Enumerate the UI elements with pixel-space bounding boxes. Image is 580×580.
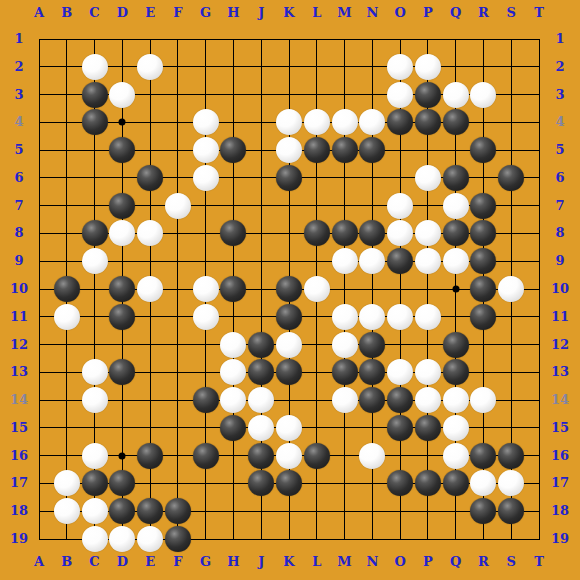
point-P8[interactable] (414, 220, 442, 248)
point-J3[interactable] (247, 81, 275, 109)
point-K5[interactable] (275, 136, 303, 164)
point-F4[interactable] (164, 108, 192, 136)
point-N3[interactable] (358, 81, 386, 109)
point-M3[interactable] (331, 81, 359, 109)
point-G13[interactable] (192, 358, 220, 386)
point-L1[interactable] (303, 25, 331, 53)
point-D10[interactable] (108, 275, 136, 303)
point-R19[interactable] (470, 525, 498, 553)
point-N12[interactable] (358, 331, 386, 359)
point-L18[interactable] (303, 497, 331, 525)
point-O4[interactable] (386, 108, 414, 136)
point-B11[interactable] (53, 303, 81, 331)
point-G19[interactable] (192, 525, 220, 553)
point-P6[interactable] (414, 164, 442, 192)
point-P3[interactable] (414, 81, 442, 109)
point-F6[interactable] (164, 164, 192, 192)
point-D7[interactable] (108, 192, 136, 220)
point-G3[interactable] (192, 81, 220, 109)
point-G4[interactable] (192, 108, 220, 136)
point-Q17[interactable] (442, 470, 470, 498)
point-E2[interactable] (136, 53, 164, 81)
point-D9[interactable] (108, 247, 136, 275)
point-C18[interactable] (81, 497, 109, 525)
point-M15[interactable] (331, 414, 359, 442)
point-K13[interactable] (275, 358, 303, 386)
point-G16[interactable] (192, 442, 220, 470)
point-L2[interactable] (303, 53, 331, 81)
point-M4[interactable] (331, 108, 359, 136)
point-B13[interactable] (53, 358, 81, 386)
point-B15[interactable] (53, 414, 81, 442)
point-D19[interactable] (108, 525, 136, 553)
point-M8[interactable] (331, 220, 359, 248)
point-C1[interactable] (81, 25, 109, 53)
point-L12[interactable] (303, 331, 331, 359)
point-Q6[interactable] (442, 164, 470, 192)
point-H8[interactable] (220, 220, 248, 248)
point-H3[interactable] (220, 81, 248, 109)
point-H19[interactable] (220, 525, 248, 553)
point-H11[interactable] (220, 303, 248, 331)
point-L14[interactable] (303, 386, 331, 414)
point-Q11[interactable] (442, 303, 470, 331)
point-D11[interactable] (108, 303, 136, 331)
point-E6[interactable] (136, 164, 164, 192)
point-G18[interactable] (192, 497, 220, 525)
point-K8[interactable] (275, 220, 303, 248)
point-N4[interactable] (358, 108, 386, 136)
point-F11[interactable] (164, 303, 192, 331)
point-P12[interactable] (414, 331, 442, 359)
point-N5[interactable] (358, 136, 386, 164)
point-M14[interactable] (331, 386, 359, 414)
point-K2[interactable] (275, 53, 303, 81)
point-F7[interactable] (164, 192, 192, 220)
point-S5[interactable] (497, 136, 525, 164)
point-K16[interactable] (275, 442, 303, 470)
point-N17[interactable] (358, 470, 386, 498)
point-S1[interactable] (497, 25, 525, 53)
point-B5[interactable] (53, 136, 81, 164)
point-S8[interactable] (497, 220, 525, 248)
point-J2[interactable] (247, 53, 275, 81)
point-B18[interactable] (53, 497, 81, 525)
point-S17[interactable] (497, 470, 525, 498)
point-M6[interactable] (331, 164, 359, 192)
point-E8[interactable] (136, 220, 164, 248)
point-F13[interactable] (164, 358, 192, 386)
point-P16[interactable] (414, 442, 442, 470)
point-D8[interactable] (108, 220, 136, 248)
point-R16[interactable] (470, 442, 498, 470)
point-B3[interactable] (53, 81, 81, 109)
point-B9[interactable] (53, 247, 81, 275)
point-Q15[interactable] (442, 414, 470, 442)
point-N19[interactable] (358, 525, 386, 553)
point-K10[interactable] (275, 275, 303, 303)
point-F9[interactable] (164, 247, 192, 275)
point-C4[interactable] (81, 108, 109, 136)
point-N1[interactable] (358, 25, 386, 53)
point-F5[interactable] (164, 136, 192, 164)
point-L3[interactable] (303, 81, 331, 109)
point-C5[interactable] (81, 136, 109, 164)
point-N13[interactable] (358, 358, 386, 386)
point-J5[interactable] (247, 136, 275, 164)
point-H9[interactable] (220, 247, 248, 275)
point-N11[interactable] (358, 303, 386, 331)
point-E15[interactable] (136, 414, 164, 442)
point-B12[interactable] (53, 331, 81, 359)
point-D14[interactable] (108, 386, 136, 414)
point-G11[interactable] (192, 303, 220, 331)
point-Q4[interactable] (442, 108, 470, 136)
point-H6[interactable] (220, 164, 248, 192)
point-O19[interactable] (386, 525, 414, 553)
point-M16[interactable] (331, 442, 359, 470)
point-O15[interactable] (386, 414, 414, 442)
point-L6[interactable] (303, 164, 331, 192)
point-K14[interactable] (275, 386, 303, 414)
point-R14[interactable] (470, 386, 498, 414)
point-F17[interactable] (164, 470, 192, 498)
point-G10[interactable] (192, 275, 220, 303)
point-R2[interactable] (470, 53, 498, 81)
point-N14[interactable] (358, 386, 386, 414)
point-H15[interactable] (220, 414, 248, 442)
point-O6[interactable] (386, 164, 414, 192)
point-O2[interactable] (386, 53, 414, 81)
point-L19[interactable] (303, 525, 331, 553)
point-O14[interactable] (386, 386, 414, 414)
point-K19[interactable] (275, 525, 303, 553)
point-P17[interactable] (414, 470, 442, 498)
point-F12[interactable] (164, 331, 192, 359)
point-D5[interactable] (108, 136, 136, 164)
point-D1[interactable] (108, 25, 136, 53)
point-K4[interactable] (275, 108, 303, 136)
point-P10[interactable] (414, 275, 442, 303)
point-J15[interactable] (247, 414, 275, 442)
point-K3[interactable] (275, 81, 303, 109)
point-C7[interactable] (81, 192, 109, 220)
point-P5[interactable] (414, 136, 442, 164)
point-F8[interactable] (164, 220, 192, 248)
point-E13[interactable] (136, 358, 164, 386)
point-H1[interactable] (220, 25, 248, 53)
point-E4[interactable] (136, 108, 164, 136)
point-R15[interactable] (470, 414, 498, 442)
point-J6[interactable] (247, 164, 275, 192)
point-D18[interactable] (108, 497, 136, 525)
point-E18[interactable] (136, 497, 164, 525)
point-Q12[interactable] (442, 331, 470, 359)
point-P9[interactable] (414, 247, 442, 275)
point-R17[interactable] (470, 470, 498, 498)
point-B8[interactable] (53, 220, 81, 248)
point-D13[interactable] (108, 358, 136, 386)
point-O1[interactable] (386, 25, 414, 53)
point-G1[interactable] (192, 25, 220, 53)
point-E12[interactable] (136, 331, 164, 359)
point-H2[interactable] (220, 53, 248, 81)
point-M10[interactable] (331, 275, 359, 303)
point-C6[interactable] (81, 164, 109, 192)
point-E10[interactable] (136, 275, 164, 303)
point-N8[interactable] (358, 220, 386, 248)
point-R9[interactable] (470, 247, 498, 275)
point-O18[interactable] (386, 497, 414, 525)
point-G5[interactable] (192, 136, 220, 164)
point-E5[interactable] (136, 136, 164, 164)
point-E9[interactable] (136, 247, 164, 275)
point-C10[interactable] (81, 275, 109, 303)
point-O10[interactable] (386, 275, 414, 303)
point-F16[interactable] (164, 442, 192, 470)
point-E17[interactable] (136, 470, 164, 498)
point-G2[interactable] (192, 53, 220, 81)
point-D2[interactable] (108, 53, 136, 81)
point-J4[interactable] (247, 108, 275, 136)
point-Q18[interactable] (442, 497, 470, 525)
point-P4[interactable] (414, 108, 442, 136)
point-M7[interactable] (331, 192, 359, 220)
point-D15[interactable] (108, 414, 136, 442)
point-J17[interactable] (247, 470, 275, 498)
point-Q9[interactable] (442, 247, 470, 275)
point-L9[interactable] (303, 247, 331, 275)
point-B7[interactable] (53, 192, 81, 220)
point-E11[interactable] (136, 303, 164, 331)
point-S6[interactable] (497, 164, 525, 192)
point-C14[interactable] (81, 386, 109, 414)
point-B19[interactable] (53, 525, 81, 553)
point-K15[interactable] (275, 414, 303, 442)
point-O9[interactable] (386, 247, 414, 275)
point-J8[interactable] (247, 220, 275, 248)
point-E14[interactable] (136, 386, 164, 414)
point-F14[interactable] (164, 386, 192, 414)
point-E19[interactable] (136, 525, 164, 553)
point-N16[interactable] (358, 442, 386, 470)
point-R12[interactable] (470, 331, 498, 359)
point-S12[interactable] (497, 331, 525, 359)
point-D17[interactable] (108, 470, 136, 498)
point-P19[interactable] (414, 525, 442, 553)
point-F3[interactable] (164, 81, 192, 109)
point-K1[interactable] (275, 25, 303, 53)
point-S15[interactable] (497, 414, 525, 442)
point-S19[interactable] (497, 525, 525, 553)
point-R13[interactable] (470, 358, 498, 386)
point-B4[interactable] (53, 108, 81, 136)
point-O16[interactable] (386, 442, 414, 470)
point-O5[interactable] (386, 136, 414, 164)
point-R18[interactable] (470, 497, 498, 525)
point-K7[interactable] (275, 192, 303, 220)
point-J7[interactable] (247, 192, 275, 220)
point-C3[interactable] (81, 81, 109, 109)
point-S11[interactable] (497, 303, 525, 331)
point-O17[interactable] (386, 470, 414, 498)
point-O11[interactable] (386, 303, 414, 331)
point-S4[interactable] (497, 108, 525, 136)
point-L8[interactable] (303, 220, 331, 248)
point-H10[interactable] (220, 275, 248, 303)
point-L15[interactable] (303, 414, 331, 442)
point-K18[interactable] (275, 497, 303, 525)
point-S3[interactable] (497, 81, 525, 109)
point-Q8[interactable] (442, 220, 470, 248)
point-N7[interactable] (358, 192, 386, 220)
point-H14[interactable] (220, 386, 248, 414)
point-D12[interactable] (108, 331, 136, 359)
point-F10[interactable] (164, 275, 192, 303)
point-M2[interactable] (331, 53, 359, 81)
point-G9[interactable] (192, 247, 220, 275)
point-O13[interactable] (386, 358, 414, 386)
point-R10[interactable] (470, 275, 498, 303)
point-M19[interactable] (331, 525, 359, 553)
point-R3[interactable] (470, 81, 498, 109)
point-R1[interactable] (470, 25, 498, 53)
point-O7[interactable] (386, 192, 414, 220)
point-M1[interactable] (331, 25, 359, 53)
point-B2[interactable] (53, 53, 81, 81)
point-N18[interactable] (358, 497, 386, 525)
point-C15[interactable] (81, 414, 109, 442)
point-H18[interactable] (220, 497, 248, 525)
point-E7[interactable] (136, 192, 164, 220)
point-H4[interactable] (220, 108, 248, 136)
point-P13[interactable] (414, 358, 442, 386)
point-L17[interactable] (303, 470, 331, 498)
point-B6[interactable] (53, 164, 81, 192)
point-H5[interactable] (220, 136, 248, 164)
point-K11[interactable] (275, 303, 303, 331)
point-H17[interactable] (220, 470, 248, 498)
point-G14[interactable] (192, 386, 220, 414)
point-H12[interactable] (220, 331, 248, 359)
point-O8[interactable] (386, 220, 414, 248)
point-B1[interactable] (53, 25, 81, 53)
point-N15[interactable] (358, 414, 386, 442)
point-C16[interactable] (81, 442, 109, 470)
point-G12[interactable] (192, 331, 220, 359)
point-N2[interactable] (358, 53, 386, 81)
point-D6[interactable] (108, 164, 136, 192)
point-M17[interactable] (331, 470, 359, 498)
point-C9[interactable] (81, 247, 109, 275)
point-B17[interactable] (53, 470, 81, 498)
point-P15[interactable] (414, 414, 442, 442)
point-G15[interactable] (192, 414, 220, 442)
point-H7[interactable] (220, 192, 248, 220)
point-B16[interactable] (53, 442, 81, 470)
point-Q5[interactable] (442, 136, 470, 164)
point-Q16[interactable] (442, 442, 470, 470)
point-Q2[interactable] (442, 53, 470, 81)
point-D16[interactable] (108, 442, 136, 470)
point-P7[interactable] (414, 192, 442, 220)
point-G7[interactable] (192, 192, 220, 220)
point-Q10[interactable] (442, 275, 470, 303)
point-C19[interactable] (81, 525, 109, 553)
point-C17[interactable] (81, 470, 109, 498)
point-O12[interactable] (386, 331, 414, 359)
point-Q19[interactable] (442, 525, 470, 553)
point-P14[interactable] (414, 386, 442, 414)
point-G8[interactable] (192, 220, 220, 248)
point-S16[interactable] (497, 442, 525, 470)
point-F18[interactable] (164, 497, 192, 525)
point-P18[interactable] (414, 497, 442, 525)
point-J9[interactable] (247, 247, 275, 275)
point-S7[interactable] (497, 192, 525, 220)
point-J18[interactable] (247, 497, 275, 525)
point-Q13[interactable] (442, 358, 470, 386)
point-K17[interactable] (275, 470, 303, 498)
point-Q1[interactable] (442, 25, 470, 53)
point-R8[interactable] (470, 220, 498, 248)
point-G6[interactable] (192, 164, 220, 192)
point-M5[interactable] (331, 136, 359, 164)
point-S9[interactable] (497, 247, 525, 275)
point-J11[interactable] (247, 303, 275, 331)
point-D4[interactable] (108, 108, 136, 136)
point-B14[interactable] (53, 386, 81, 414)
point-M13[interactable] (331, 358, 359, 386)
point-Q14[interactable] (442, 386, 470, 414)
point-K12[interactable] (275, 331, 303, 359)
point-N6[interactable] (358, 164, 386, 192)
point-H13[interactable] (220, 358, 248, 386)
point-O3[interactable] (386, 81, 414, 109)
point-L5[interactable] (303, 136, 331, 164)
point-S14[interactable] (497, 386, 525, 414)
point-R4[interactable] (470, 108, 498, 136)
point-P2[interactable] (414, 53, 442, 81)
point-J1[interactable] (247, 25, 275, 53)
point-J14[interactable] (247, 386, 275, 414)
point-R5[interactable] (470, 136, 498, 164)
point-J16[interactable] (247, 442, 275, 470)
point-K6[interactable] (275, 164, 303, 192)
point-L7[interactable] (303, 192, 331, 220)
point-C8[interactable] (81, 220, 109, 248)
point-C13[interactable] (81, 358, 109, 386)
point-H16[interactable] (220, 442, 248, 470)
point-R11[interactable] (470, 303, 498, 331)
point-C11[interactable] (81, 303, 109, 331)
point-J12[interactable] (247, 331, 275, 359)
point-B10[interactable] (53, 275, 81, 303)
point-F1[interactable] (164, 25, 192, 53)
point-F2[interactable] (164, 53, 192, 81)
point-R7[interactable] (470, 192, 498, 220)
point-E16[interactable] (136, 442, 164, 470)
point-M9[interactable] (331, 247, 359, 275)
point-J13[interactable] (247, 358, 275, 386)
point-L4[interactable] (303, 108, 331, 136)
point-K9[interactable] (275, 247, 303, 275)
point-E3[interactable] (136, 81, 164, 109)
point-M18[interactable] (331, 497, 359, 525)
point-S13[interactable] (497, 358, 525, 386)
point-C12[interactable] (81, 331, 109, 359)
point-E1[interactable] (136, 25, 164, 53)
